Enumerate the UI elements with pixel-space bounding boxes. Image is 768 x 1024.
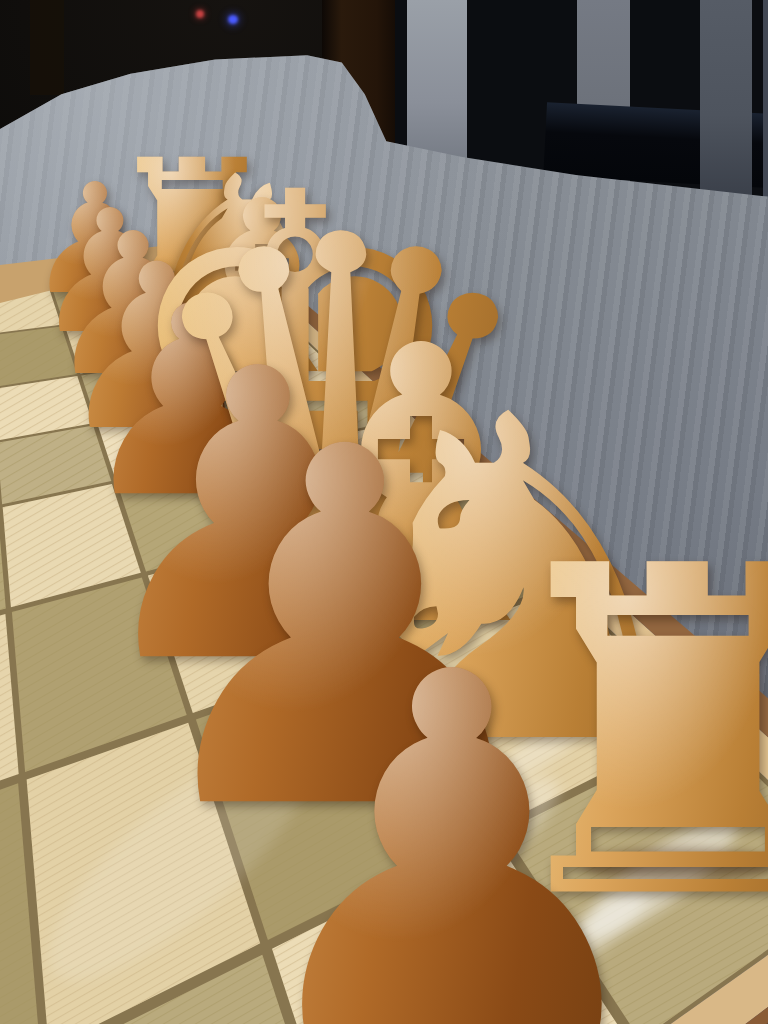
piece-white-pawn-a2[interactable]: ♟ — [228, 609, 676, 1024]
chess-photo-scene: ♟♜♟♞♝♟♟♚♟♛♝♟♞♟♜♟ — [0, 0, 768, 1024]
